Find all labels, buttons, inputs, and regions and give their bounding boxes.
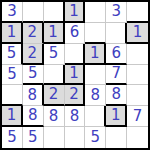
cell-r4c7[interactable] <box>127 65 148 86</box>
cell-r1c7[interactable] <box>127 2 148 23</box>
cell-digit: 1 <box>7 25 17 40</box>
cell-r5c2[interactable]: 8 <box>23 85 44 106</box>
cell-r4c3[interactable] <box>44 65 65 86</box>
cell-digit: 2 <box>28 25 38 40</box>
cell-digit: 2 <box>28 46 38 61</box>
cell-digit: 7 <box>133 109 143 124</box>
cell-r2c6[interactable] <box>106 23 127 44</box>
cell-r1c1[interactable]: 3 <box>2 2 23 23</box>
cell-r5c5[interactable]: 8 <box>85 85 106 106</box>
cell-digit: 1 <box>69 4 79 19</box>
cell-digit: 7 <box>111 66 121 81</box>
cell-digit: 8 <box>91 88 101 103</box>
cell-r4c6[interactable]: 7 <box>106 65 127 86</box>
cell-r2c3[interactable]: 1 <box>44 23 65 44</box>
cell-r3c1[interactable]: 5 <box>2 44 23 65</box>
cell-r7c2[interactable]: 5 <box>23 127 44 148</box>
cell-r1c6[interactable]: 3 <box>106 2 127 23</box>
cell-digit: 6 <box>111 46 121 61</box>
cell-r7c7[interactable] <box>127 127 148 148</box>
cell-digit: 1 <box>7 108 17 123</box>
cell-r3c7[interactable] <box>127 44 148 65</box>
cell-digit: 1 <box>69 66 79 81</box>
cell-digit: 3 <box>111 4 121 19</box>
cell-digit: 5 <box>7 67 17 82</box>
cell-digit: 5 <box>49 46 59 61</box>
cell-r1c5[interactable] <box>85 2 106 23</box>
cell-r6c5[interactable] <box>85 106 106 127</box>
cell-r3c6[interactable]: 6 <box>106 44 127 65</box>
cell-digit: 8 <box>70 109 80 124</box>
cell-r7c4[interactable] <box>65 127 86 148</box>
cell-r6c6[interactable]: 1 <box>106 106 127 127</box>
cell-digit: 8 <box>28 88 38 103</box>
cell-r4c5[interactable] <box>85 65 106 86</box>
cell-r6c7[interactable]: 7 <box>127 106 148 127</box>
cell-r2c1[interactable]: 1 <box>2 23 23 44</box>
cell-digit: 1 <box>133 25 143 40</box>
cell-r6c1[interactable]: 1 <box>2 106 23 127</box>
cell-digit: 2 <box>49 87 59 102</box>
cell-digit: 6 <box>70 25 80 40</box>
cell-r7c3[interactable] <box>44 127 65 148</box>
cell-digit: 8 <box>111 87 121 102</box>
cell-r3c2[interactable]: 2 <box>23 44 44 65</box>
cell-r3c3[interactable]: 5 <box>44 44 65 65</box>
cell-r5c3[interactable]: 2 <box>44 85 65 106</box>
cell-digit: 1 <box>111 108 121 123</box>
cell-r5c1[interactable] <box>2 85 23 106</box>
cell-r3c5[interactable]: 1 <box>85 44 106 65</box>
cell-r1c2[interactable] <box>23 2 44 23</box>
cell-digit: 8 <box>28 108 38 123</box>
cell-digit: 5 <box>28 66 38 81</box>
cell-r1c4[interactable]: 1 <box>65 2 86 23</box>
cell-r4c2[interactable]: 5 <box>23 65 44 86</box>
cell-digit: 2 <box>69 87 79 102</box>
cell-digit: 5 <box>28 130 38 145</box>
cell-r6c3[interactable]: 8 <box>44 106 65 127</box>
cell-r3c4[interactable] <box>65 44 86 65</box>
cell-r5c7[interactable] <box>127 85 148 106</box>
cell-digit: 1 <box>90 46 100 61</box>
cell-r4c4[interactable]: 1 <box>65 65 86 86</box>
cell-digit: 5 <box>7 46 17 61</box>
cell-r2c2[interactable]: 2 <box>23 23 44 44</box>
cell-digit: 3 <box>7 4 17 19</box>
cell-r5c4[interactable]: 2 <box>65 85 86 106</box>
cell-digit: 5 <box>91 130 101 145</box>
cell-r1c3[interactable] <box>44 2 65 23</box>
filling-puzzle-board: 3131216152516551782288188817555 <box>0 0 150 150</box>
cell-r4c1[interactable]: 5 <box>2 65 23 86</box>
cell-r5c6[interactable]: 8 <box>106 85 127 106</box>
cell-r6c4[interactable]: 8 <box>65 106 86 127</box>
cell-digit: 8 <box>49 109 59 124</box>
cell-r2c4[interactable]: 6 <box>65 23 86 44</box>
cell-r7c1[interactable]: 5 <box>2 127 23 148</box>
cell-digit: 5 <box>7 130 17 145</box>
cell-r2c5[interactable] <box>85 23 106 44</box>
cell-r2c7[interactable]: 1 <box>127 23 148 44</box>
cell-r7c5[interactable]: 5 <box>85 127 106 148</box>
cell-r7c6[interactable] <box>106 127 127 148</box>
cell-r6c2[interactable]: 8 <box>23 106 44 127</box>
cell-digit: 1 <box>48 25 58 40</box>
